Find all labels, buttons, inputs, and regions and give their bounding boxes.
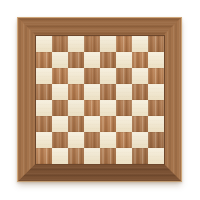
square-d2 [84, 132, 100, 148]
square-f5 [116, 84, 132, 100]
square-f4 [116, 100, 132, 116]
square-d3 [84, 116, 100, 132]
square-h1 [148, 148, 164, 164]
square-g2 [132, 132, 148, 148]
square-a3 [36, 116, 52, 132]
square-c6 [68, 68, 84, 84]
square-e1 [100, 148, 116, 164]
square-b8 [52, 36, 68, 52]
square-b5 [52, 84, 68, 100]
square-g8 [132, 36, 148, 52]
square-e7 [100, 52, 116, 68]
square-d1 [84, 148, 100, 164]
square-e2 [100, 132, 116, 148]
square-d4 [84, 100, 100, 116]
square-f8 [116, 36, 132, 52]
square-d6 [84, 68, 100, 84]
square-a7 [36, 52, 52, 68]
square-g1 [132, 148, 148, 164]
square-f1 [116, 148, 132, 164]
square-e8 [100, 36, 116, 52]
square-c5 [68, 84, 84, 100]
square-h4 [148, 100, 164, 116]
square-h8 [148, 36, 164, 52]
square-f2 [116, 132, 132, 148]
square-f3 [116, 116, 132, 132]
square-c8 [68, 36, 84, 52]
square-a2 [36, 132, 52, 148]
square-h2 [148, 132, 164, 148]
square-g6 [132, 68, 148, 84]
square-c3 [68, 116, 84, 132]
square-g5 [132, 84, 148, 100]
square-b3 [52, 116, 68, 132]
square-e4 [100, 100, 116, 116]
chess-board [17, 17, 182, 182]
square-d5 [84, 84, 100, 100]
square-h7 [148, 52, 164, 68]
square-a1 [36, 148, 52, 164]
square-g3 [132, 116, 148, 132]
square-g7 [132, 52, 148, 68]
square-g4 [132, 100, 148, 116]
board-squares [35, 35, 165, 165]
square-d8 [84, 36, 100, 52]
square-b4 [52, 100, 68, 116]
square-b1 [52, 148, 68, 164]
square-h5 [148, 84, 164, 100]
square-h6 [148, 68, 164, 84]
product-photo [0, 0, 200, 200]
square-b6 [52, 68, 68, 84]
square-b2 [52, 132, 68, 148]
square-c2 [68, 132, 84, 148]
square-a6 [36, 68, 52, 84]
square-e3 [100, 116, 116, 132]
square-a5 [36, 84, 52, 100]
square-c7 [68, 52, 84, 68]
square-b7 [52, 52, 68, 68]
square-e6 [100, 68, 116, 84]
square-a4 [36, 100, 52, 116]
square-c4 [68, 100, 84, 116]
square-d7 [84, 52, 100, 68]
square-e5 [100, 84, 116, 100]
square-f6 [116, 68, 132, 84]
square-a8 [36, 36, 52, 52]
square-c1 [68, 148, 84, 164]
square-f7 [116, 52, 132, 68]
square-h3 [148, 116, 164, 132]
